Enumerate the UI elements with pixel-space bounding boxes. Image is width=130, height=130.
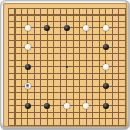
star-point [66,66,68,68]
goban[interactable] [3,3,127,127]
stones-layer [5,5,129,129]
black-stone [63,24,69,30]
white-stone [63,102,69,108]
black-stone [44,102,50,108]
board-frame [0,0,130,130]
white-stone [83,24,89,30]
white-stone [102,24,108,30]
intersection-T1[interactable] [122,122,129,129]
white-stone [24,44,30,50]
white-stone [83,102,89,108]
black-stone [24,102,30,108]
black-stone [44,24,50,30]
black-stone [102,44,108,50]
black-stone [102,102,108,108]
white-stone [102,63,108,69]
last-move-marker [26,84,29,87]
black-stone [102,83,108,89]
black-stone [24,63,30,69]
white-stone [24,83,30,89]
white-stone [24,24,30,30]
